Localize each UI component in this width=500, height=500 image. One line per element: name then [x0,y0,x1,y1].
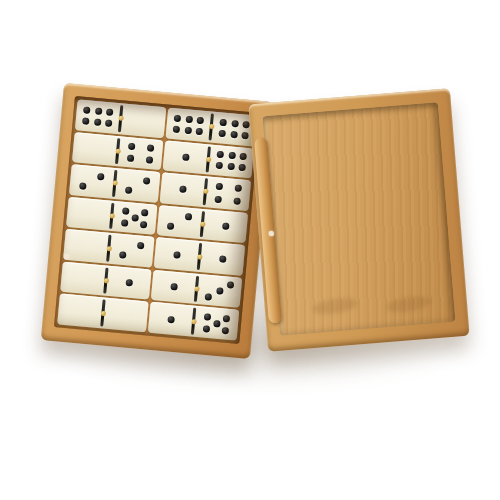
pip [125,186,133,194]
pip [125,279,133,287]
tile-right-half [203,209,249,243]
tile-right-half [106,266,152,300]
pip [241,132,249,140]
pip [234,185,242,193]
pip [216,162,224,170]
domino-tile-1-5[interactable] [148,302,239,341]
pip [141,209,149,217]
pip [205,293,213,301]
tile-left-half [157,205,203,239]
pip [128,142,136,150]
tile-right-half [121,103,167,137]
tile-right-half [103,298,149,332]
tile-right-half [118,136,164,170]
pip [227,163,235,171]
pip [185,214,193,222]
pip [79,182,87,190]
tile-right-half [109,233,155,267]
pip [119,251,127,259]
pip [122,207,130,215]
tile-right-half [115,168,161,202]
pip [174,114,182,122]
tile-left-half [151,270,197,304]
pip [216,287,224,295]
pip [93,118,101,126]
domino-tile-0-0[interactable] [57,294,148,333]
pip [182,153,190,161]
pip [228,152,236,160]
pip [239,153,247,161]
pip [217,151,225,159]
pip [167,223,175,231]
embossed-stamp [385,294,433,315]
pip [223,314,231,322]
pip [184,126,192,134]
magnet-dot [64,254,69,259]
pip [173,125,181,133]
tile-left-half [163,140,209,174]
pip [233,197,241,205]
pip [94,107,102,115]
tile-left-half [160,172,206,206]
pip [179,186,187,194]
pip [106,108,114,116]
tile-left-half [63,229,109,263]
pip [170,283,178,291]
pip [137,242,145,250]
domino-box-base [41,83,274,359]
tile-left-half [75,99,121,133]
pip [214,195,222,203]
tile-left-half [57,294,103,328]
pip [238,164,246,172]
pip [82,117,90,125]
domino-box-lid [248,88,469,351]
pip [231,120,239,128]
tile-left-half [154,237,200,271]
pip [204,313,212,321]
pip [216,183,224,191]
pip [203,325,211,333]
pip [219,255,227,263]
pip [220,119,228,127]
pip [140,221,148,229]
pip [230,131,238,139]
pip [131,214,139,222]
pip [222,222,230,230]
tile-right-half [194,306,240,340]
pip [105,119,113,127]
tile-right-half [112,201,158,235]
tile-right-half [200,241,246,275]
pip [195,127,203,135]
tile-left-half [166,108,212,142]
tile-grid [57,99,257,340]
pip [173,251,181,259]
pip [147,144,155,152]
tile-right-half [208,144,254,178]
pip [219,130,227,138]
embossed-stamp [311,296,359,317]
tile-right-half [205,177,251,211]
pip [196,116,204,124]
tile-left-half [60,261,106,295]
pip [226,281,234,289]
pip [83,106,91,114]
pip [167,316,175,324]
pip [185,115,193,123]
pip [213,320,221,328]
pip [143,177,151,185]
tile-left-half [72,132,118,166]
tile-tray [54,96,260,344]
pip [121,219,129,227]
pip [127,155,135,163]
pip [222,327,230,335]
pip [242,121,250,129]
tile-left-half [69,164,115,198]
tile-left-half [148,302,194,336]
pip [97,173,105,181]
tile-left-half [66,197,112,231]
tile-right-half [197,274,243,308]
lid-inner-panel [262,102,455,335]
product-scene [0,0,500,500]
pip [146,156,154,164]
